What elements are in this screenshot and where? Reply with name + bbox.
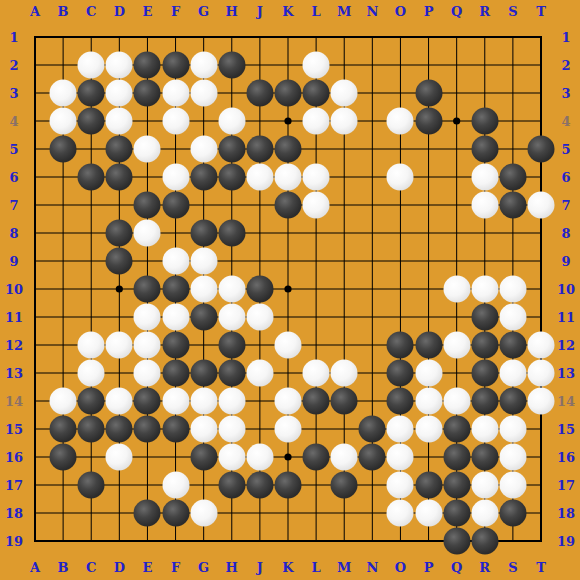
white-stone-H16[interactable] xyxy=(218,444,245,471)
row-label-right-5: 5 xyxy=(561,142,570,157)
row-label-right-3: 3 xyxy=(561,86,570,101)
white-stone-D2[interactable] xyxy=(106,52,133,79)
white-stone-O17[interactable] xyxy=(387,472,414,499)
black-stone-F15[interactable] xyxy=(162,416,189,443)
black-stone-C17[interactable] xyxy=(78,472,105,499)
white-stone-G3[interactable] xyxy=(190,80,217,107)
col-label-top-H: H xyxy=(226,4,238,19)
black-stone-P12[interactable] xyxy=(415,332,442,359)
white-stone-E5[interactable] xyxy=(134,136,161,163)
white-stone-H14[interactable] xyxy=(218,388,245,415)
col-label-top-R: R xyxy=(479,4,490,19)
black-stone-G6[interactable] xyxy=(190,164,217,191)
black-stone-H6[interactable] xyxy=(218,164,245,191)
black-stone-C14[interactable] xyxy=(78,388,105,415)
black-stone-R14[interactable] xyxy=(471,388,498,415)
white-stone-G15[interactable] xyxy=(190,416,217,443)
white-stone-Q12[interactable] xyxy=(443,332,470,359)
col-label-bottom-A: A xyxy=(30,560,40,575)
black-stone-F12[interactable] xyxy=(162,332,189,359)
black-stone-S12[interactable] xyxy=(499,332,526,359)
white-stone-K12[interactable] xyxy=(275,332,302,359)
black-stone-C4[interactable] xyxy=(78,108,105,135)
black-stone-G8[interactable] xyxy=(190,220,217,247)
go-board-screen: AABBCCDDEEFFGGHHJJKKLLMMNNOOPPQQRRSSTT11… xyxy=(0,0,580,580)
black-stone-O13[interactable] xyxy=(387,360,414,387)
white-stone-R18[interactable] xyxy=(471,500,498,527)
black-stone-L16[interactable] xyxy=(303,444,330,471)
white-stone-M3[interactable] xyxy=(331,80,358,107)
col-label-top-B: B xyxy=(58,4,69,19)
white-stone-C12[interactable] xyxy=(78,332,105,359)
black-stone-E18[interactable] xyxy=(134,500,161,527)
col-label-bottom-E: E xyxy=(142,560,152,575)
white-stone-R10[interactable] xyxy=(471,276,498,303)
white-stone-S16[interactable] xyxy=(499,444,526,471)
white-stone-D16[interactable] xyxy=(106,444,133,471)
black-stone-T5[interactable] xyxy=(528,136,555,163)
row-label-right-11: 11 xyxy=(557,310,575,325)
black-stone-J5[interactable] xyxy=(246,136,273,163)
black-stone-K7[interactable] xyxy=(275,192,302,219)
white-stone-H10[interactable] xyxy=(218,276,245,303)
black-stone-F2[interactable] xyxy=(162,52,189,79)
row-label-left-14: 14 xyxy=(5,394,23,409)
white-stone-M16[interactable] xyxy=(331,444,358,471)
col-label-top-N: N xyxy=(366,4,378,19)
white-stone-R6[interactable] xyxy=(471,164,498,191)
white-stone-S15[interactable] xyxy=(499,416,526,443)
black-stone-C15[interactable] xyxy=(78,416,105,443)
col-label-top-D: D xyxy=(114,4,125,19)
col-label-bottom-T: T xyxy=(536,560,546,575)
black-stone-L14[interactable] xyxy=(303,388,330,415)
black-stone-Q16[interactable] xyxy=(443,444,470,471)
col-label-top-E: E xyxy=(142,4,152,19)
black-stone-E2[interactable] xyxy=(134,52,161,79)
white-stone-F4[interactable] xyxy=(162,108,189,135)
row-label-left-16: 16 xyxy=(5,450,23,465)
white-stone-D12[interactable] xyxy=(106,332,133,359)
col-label-top-S: S xyxy=(508,4,517,19)
white-stone-G9[interactable] xyxy=(190,248,217,275)
row-label-right-6: 6 xyxy=(561,170,570,185)
white-stone-T7[interactable] xyxy=(528,192,555,219)
col-label-bottom-G: G xyxy=(198,560,209,575)
col-label-top-L: L xyxy=(312,4,321,19)
black-stone-Q17[interactable] xyxy=(443,472,470,499)
white-stone-D3[interactable] xyxy=(106,80,133,107)
white-stone-L6[interactable] xyxy=(303,164,330,191)
col-label-bottom-N: N xyxy=(366,560,378,575)
black-stone-H12[interactable] xyxy=(218,332,245,359)
white-stone-Q14[interactable] xyxy=(443,388,470,415)
black-stone-G16[interactable] xyxy=(190,444,217,471)
black-stone-R12[interactable] xyxy=(471,332,498,359)
white-stone-F11[interactable] xyxy=(162,304,189,331)
black-stone-S7[interactable] xyxy=(499,192,526,219)
white-stone-L13[interactable] xyxy=(303,360,330,387)
white-stone-L2[interactable] xyxy=(303,52,330,79)
col-label-top-F: F xyxy=(171,4,180,19)
white-stone-S11[interactable] xyxy=(499,304,526,331)
black-stone-N15[interactable] xyxy=(359,416,386,443)
black-stone-K3[interactable] xyxy=(275,80,302,107)
black-stone-J10[interactable] xyxy=(246,276,273,303)
col-label-bottom-L: L xyxy=(312,560,321,575)
row-label-right-8: 8 xyxy=(561,226,570,241)
row-label-right-12: 12 xyxy=(557,338,575,353)
white-stone-B4[interactable] xyxy=(50,108,77,135)
white-stone-J11[interactable] xyxy=(246,304,273,331)
col-label-bottom-D: D xyxy=(114,560,125,575)
black-stone-G11[interactable] xyxy=(190,304,217,331)
row-label-right-18: 18 xyxy=(557,506,575,521)
white-stone-B3[interactable] xyxy=(50,80,77,107)
black-stone-P4[interactable] xyxy=(415,108,442,135)
black-stone-L3[interactable] xyxy=(303,80,330,107)
white-stone-J6[interactable] xyxy=(246,164,273,191)
black-stone-R13[interactable] xyxy=(471,360,498,387)
white-stone-C13[interactable] xyxy=(78,360,105,387)
black-stone-D9[interactable] xyxy=(106,248,133,275)
white-stone-O16[interactable] xyxy=(387,444,414,471)
black-stone-B16[interactable] xyxy=(50,444,77,471)
white-stone-E13[interactable] xyxy=(134,360,161,387)
white-stone-O18[interactable] xyxy=(387,500,414,527)
col-label-top-G: G xyxy=(198,4,209,19)
black-stone-J17[interactable] xyxy=(246,472,273,499)
col-label-top-C: C xyxy=(86,4,96,19)
col-label-top-J: J xyxy=(257,4,263,19)
col-label-top-M: M xyxy=(337,4,351,19)
white-stone-S10[interactable] xyxy=(499,276,526,303)
black-stone-S18[interactable] xyxy=(499,500,526,527)
row-label-right-4: 4 xyxy=(561,114,570,129)
white-stone-T12[interactable] xyxy=(528,332,555,359)
black-stone-C6[interactable] xyxy=(78,164,105,191)
row-label-right-17: 17 xyxy=(557,478,575,493)
black-stone-H8[interactable] xyxy=(218,220,245,247)
black-stone-F7[interactable] xyxy=(162,192,189,219)
col-label-bottom-K: K xyxy=(282,560,293,575)
white-stone-P15[interactable] xyxy=(415,416,442,443)
white-stone-Q10[interactable] xyxy=(443,276,470,303)
row-label-right-1: 1 xyxy=(561,30,570,45)
col-label-bottom-B: B xyxy=(58,560,69,575)
col-label-bottom-R: R xyxy=(479,560,490,575)
black-stone-M17[interactable] xyxy=(331,472,358,499)
row-label-left-4: 4 xyxy=(9,114,18,129)
white-stone-J16[interactable] xyxy=(246,444,273,471)
white-stone-G10[interactable] xyxy=(190,276,217,303)
row-label-right-19: 19 xyxy=(557,534,575,549)
black-stone-M14[interactable] xyxy=(331,388,358,415)
black-stone-E15[interactable] xyxy=(134,416,161,443)
white-stone-M4[interactable] xyxy=(331,108,358,135)
white-stone-E11[interactable] xyxy=(134,304,161,331)
white-stone-G18[interactable] xyxy=(190,500,217,527)
row-label-right-9: 9 xyxy=(561,254,570,269)
black-stone-K17[interactable] xyxy=(275,472,302,499)
black-stone-D5[interactable] xyxy=(106,136,133,163)
white-stone-K15[interactable] xyxy=(275,416,302,443)
white-stone-F14[interactable] xyxy=(162,388,189,415)
black-stone-E14[interactable] xyxy=(134,388,161,415)
row-label-left-10: 10 xyxy=(5,282,23,297)
col-label-bottom-F: F xyxy=(171,560,180,575)
black-stone-R11[interactable] xyxy=(471,304,498,331)
white-stone-H11[interactable] xyxy=(218,304,245,331)
white-stone-O4[interactable] xyxy=(387,108,414,135)
white-stone-E12[interactable] xyxy=(134,332,161,359)
row-label-left-9: 9 xyxy=(9,254,18,269)
black-stone-E10[interactable] xyxy=(134,276,161,303)
white-stone-P18[interactable] xyxy=(415,500,442,527)
black-stone-B5[interactable] xyxy=(50,136,77,163)
white-stone-P13[interactable] xyxy=(415,360,442,387)
white-stone-T14[interactable] xyxy=(528,388,555,415)
black-stone-H13[interactable] xyxy=(218,360,245,387)
row-label-left-17: 17 xyxy=(5,478,23,493)
col-label-top-A: A xyxy=(30,4,40,19)
white-stone-K14[interactable] xyxy=(275,388,302,415)
col-label-bottom-Q: Q xyxy=(451,560,462,575)
black-stone-Q19[interactable] xyxy=(443,528,470,555)
black-stone-O14[interactable] xyxy=(387,388,414,415)
black-stone-D6[interactable] xyxy=(106,164,133,191)
white-stone-M13[interactable] xyxy=(331,360,358,387)
row-label-right-14: 14 xyxy=(557,394,575,409)
black-stone-F10[interactable] xyxy=(162,276,189,303)
black-stone-H5[interactable] xyxy=(218,136,245,163)
white-stone-L4[interactable] xyxy=(303,108,330,135)
white-stone-R15[interactable] xyxy=(471,416,498,443)
black-stone-H17[interactable] xyxy=(218,472,245,499)
white-stone-S17[interactable] xyxy=(499,472,526,499)
black-stone-G13[interactable] xyxy=(190,360,217,387)
white-stone-R7[interactable] xyxy=(471,192,498,219)
col-label-top-T: T xyxy=(536,4,546,19)
black-stone-Q15[interactable] xyxy=(443,416,470,443)
col-label-bottom-S: S xyxy=(508,560,517,575)
black-stone-S6[interactable] xyxy=(499,164,526,191)
white-stone-J13[interactable] xyxy=(246,360,273,387)
row-label-left-19: 19 xyxy=(5,534,23,549)
black-stone-D15[interactable] xyxy=(106,416,133,443)
white-stone-O6[interactable] xyxy=(387,164,414,191)
col-label-top-K: K xyxy=(282,4,293,19)
black-stone-H2[interactable] xyxy=(218,52,245,79)
col-label-bottom-H: H xyxy=(226,560,238,575)
row-label-left-12: 12 xyxy=(5,338,23,353)
white-stone-C2[interactable] xyxy=(78,52,105,79)
row-label-right-13: 13 xyxy=(557,366,575,381)
black-stone-R16[interactable] xyxy=(471,444,498,471)
row-label-left-7: 7 xyxy=(9,198,18,213)
white-stone-F9[interactable] xyxy=(162,248,189,275)
white-stone-D14[interactable] xyxy=(106,388,133,415)
col-label-top-Q: Q xyxy=(451,4,462,19)
black-stone-F13[interactable] xyxy=(162,360,189,387)
black-stone-E7[interactable] xyxy=(134,192,161,219)
row-label-right-7: 7 xyxy=(561,198,570,213)
white-stone-H4[interactable] xyxy=(218,108,245,135)
col-label-bottom-J: J xyxy=(257,560,263,575)
row-label-right-2: 2 xyxy=(561,58,570,73)
black-stone-C3[interactable] xyxy=(78,80,105,107)
black-stone-F18[interactable] xyxy=(162,500,189,527)
black-stone-R19[interactable] xyxy=(471,528,498,555)
black-stone-D8[interactable] xyxy=(106,220,133,247)
row-label-right-10: 10 xyxy=(557,282,575,297)
white-stone-K6[interactable] xyxy=(275,164,302,191)
white-stone-G2[interactable] xyxy=(190,52,217,79)
row-label-left-18: 18 xyxy=(5,506,23,521)
col-label-bottom-C: C xyxy=(86,560,96,575)
row-label-left-13: 13 xyxy=(5,366,23,381)
white-stone-G14[interactable] xyxy=(190,388,217,415)
row-label-left-2: 2 xyxy=(9,58,18,73)
white-stone-S13[interactable] xyxy=(499,360,526,387)
black-stone-N16[interactable] xyxy=(359,444,386,471)
row-label-left-3: 3 xyxy=(9,86,18,101)
col-label-bottom-P: P xyxy=(424,560,434,575)
white-stone-H15[interactable] xyxy=(218,416,245,443)
row-label-right-16: 16 xyxy=(557,450,575,465)
white-stone-G5[interactable] xyxy=(190,136,217,163)
row-label-left-15: 15 xyxy=(5,422,23,437)
black-stone-P3[interactable] xyxy=(415,80,442,107)
white-stone-T13[interactable] xyxy=(528,360,555,387)
black-stone-E3[interactable] xyxy=(134,80,161,107)
black-stone-R4[interactable] xyxy=(471,108,498,135)
black-stone-P17[interactable] xyxy=(415,472,442,499)
black-stone-O12[interactable] xyxy=(387,332,414,359)
col-label-bottom-M: M xyxy=(337,560,351,575)
row-label-left-5: 5 xyxy=(9,142,18,157)
white-stone-D4[interactable] xyxy=(106,108,133,135)
white-stone-F3[interactable] xyxy=(162,80,189,107)
white-stone-E8[interactable] xyxy=(134,220,161,247)
white-stone-O15[interactable] xyxy=(387,416,414,443)
black-stone-Q18[interactable] xyxy=(443,500,470,527)
black-stone-B15[interactable] xyxy=(50,416,77,443)
white-stone-L7[interactable] xyxy=(303,192,330,219)
col-label-top-P: P xyxy=(424,4,434,19)
row-label-left-8: 8 xyxy=(9,226,18,241)
col-label-bottom-O: O xyxy=(395,560,406,575)
row-label-left-6: 6 xyxy=(9,170,18,185)
row-label-left-11: 11 xyxy=(5,310,23,325)
row-label-left-1: 1 xyxy=(9,30,18,45)
black-stone-R5[interactable] xyxy=(471,136,498,163)
black-stone-K5[interactable] xyxy=(275,136,302,163)
white-stone-B14[interactable] xyxy=(50,388,77,415)
white-stone-P14[interactable] xyxy=(415,388,442,415)
black-stone-J3[interactable] xyxy=(246,80,273,107)
white-stone-F17[interactable] xyxy=(162,472,189,499)
row-label-right-15: 15 xyxy=(557,422,575,437)
col-label-top-O: O xyxy=(395,4,406,19)
black-stone-S14[interactable] xyxy=(499,388,526,415)
white-stone-R17[interactable] xyxy=(471,472,498,499)
white-stone-F6[interactable] xyxy=(162,164,189,191)
